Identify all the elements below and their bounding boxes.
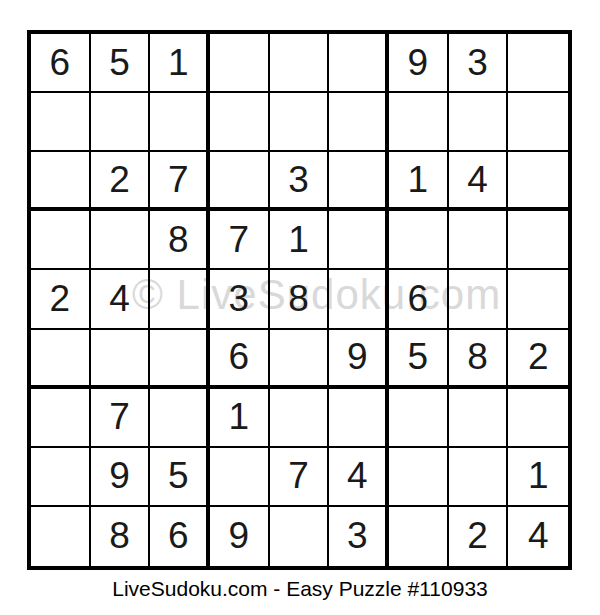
sudoku-cell-empty[interactable]: [31, 330, 91, 389]
sudoku-cell-empty[interactable]: [329, 211, 389, 270]
sudoku-cell-given[interactable]: 9: [329, 330, 389, 389]
sudoku-cell-empty[interactable]: [31, 507, 91, 566]
sudoku-cell-empty[interactable]: [508, 211, 568, 270]
sudoku-cell-given[interactable]: 9: [210, 507, 270, 566]
sudoku-cell-empty[interactable]: [449, 211, 509, 270]
sudoku-cell-empty[interactable]: [270, 389, 330, 448]
sudoku-cell-given[interactable]: 7: [210, 211, 270, 270]
sudoku-cell-empty[interactable]: [329, 93, 389, 152]
sudoku-cell-given[interactable]: 6: [31, 34, 91, 93]
sudoku-cell-given[interactable]: 1: [508, 448, 568, 507]
sudoku-cell-given[interactable]: 4: [449, 152, 509, 211]
sudoku-cell-given[interactable]: 2: [508, 330, 568, 389]
sudoku-cell-given[interactable]: 4: [329, 448, 389, 507]
sudoku-cell-given[interactable]: 8: [449, 330, 509, 389]
sudoku-cell-empty[interactable]: [270, 507, 330, 566]
sudoku-cell-given[interactable]: 2: [449, 507, 509, 566]
sudoku-cell-given[interactable]: 7: [150, 152, 210, 211]
sudoku-cell-empty[interactable]: [210, 93, 270, 152]
sudoku-cell-empty[interactable]: [210, 448, 270, 507]
sudoku-cell-given[interactable]: 3: [270, 152, 330, 211]
sudoku-cell-given[interactable]: 1: [270, 211, 330, 270]
sudoku-cell-given[interactable]: 5: [150, 448, 210, 507]
sudoku-cell-given[interactable]: 8: [270, 270, 330, 329]
sudoku-cell-empty[interactable]: [270, 93, 330, 152]
sudoku-cell-empty[interactable]: [91, 211, 151, 270]
sudoku-cell-empty[interactable]: [31, 448, 91, 507]
sudoku-cell-empty[interactable]: [449, 389, 509, 448]
sudoku-cell-empty[interactable]: [508, 93, 568, 152]
sudoku-cell-given[interactable]: 3: [449, 34, 509, 93]
sudoku-cell-given[interactable]: 6: [150, 507, 210, 566]
sudoku-cell-given[interactable]: 2: [31, 270, 91, 329]
sudoku-cell-given[interactable]: 4: [91, 270, 151, 329]
sudoku-page: © LiveSudoku.com 65193273148712438669582…: [0, 0, 600, 615]
sudoku-cell-empty[interactable]: [91, 93, 151, 152]
sudoku-cell-empty[interactable]: [389, 448, 449, 507]
sudoku-cell-given[interactable]: 4: [508, 507, 568, 566]
sudoku-cell-empty[interactable]: [508, 270, 568, 329]
sudoku-cell-given[interactable]: 6: [389, 270, 449, 329]
sudoku-cell-empty[interactable]: [150, 270, 210, 329]
sudoku-cell-given[interactable]: 7: [91, 389, 151, 448]
sudoku-cell-given[interactable]: 1: [210, 389, 270, 448]
sudoku-board: 651932731487124386695827195741869324: [27, 30, 572, 570]
sudoku-cell-empty[interactable]: [150, 330, 210, 389]
sudoku-cell-empty[interactable]: [329, 389, 389, 448]
sudoku-cell-empty[interactable]: [270, 34, 330, 93]
sudoku-cell-empty[interactable]: [150, 93, 210, 152]
sudoku-cell-given[interactable]: 2: [91, 152, 151, 211]
sudoku-cell-empty[interactable]: [329, 270, 389, 329]
sudoku-cell-empty[interactable]: [449, 93, 509, 152]
sudoku-cell-empty[interactable]: [31, 211, 91, 270]
sudoku-cell-empty[interactable]: [270, 330, 330, 389]
sudoku-cell-empty[interactable]: [210, 34, 270, 93]
sudoku-cell-empty[interactable]: [329, 34, 389, 93]
sudoku-cell-empty[interactable]: [508, 389, 568, 448]
sudoku-cell-given[interactable]: 1: [389, 152, 449, 211]
sudoku-cell-given[interactable]: 5: [91, 34, 151, 93]
sudoku-cell-given[interactable]: 9: [389, 34, 449, 93]
sudoku-cell-empty[interactable]: [389, 93, 449, 152]
puzzle-caption: LiveSudoku.com - Easy Puzzle #110933: [0, 577, 600, 601]
sudoku-cell-given[interactable]: 6: [210, 330, 270, 389]
sudoku-cell-given[interactable]: 5: [389, 330, 449, 389]
sudoku-cell-given[interactable]: 8: [91, 507, 151, 566]
sudoku-cell-empty[interactable]: [150, 389, 210, 448]
sudoku-cell-empty[interactable]: [210, 152, 270, 211]
sudoku-cell-empty[interactable]: [449, 270, 509, 329]
sudoku-cell-empty[interactable]: [389, 389, 449, 448]
sudoku-cell-empty[interactable]: [31, 93, 91, 152]
sudoku-cell-given[interactable]: 9: [91, 448, 151, 507]
sudoku-cell-given[interactable]: 8: [150, 211, 210, 270]
sudoku-cell-empty[interactable]: [389, 507, 449, 566]
sudoku-cell-given[interactable]: 3: [210, 270, 270, 329]
sudoku-cell-empty[interactable]: [91, 330, 151, 389]
sudoku-cell-given[interactable]: 3: [329, 507, 389, 566]
sudoku-cell-empty[interactable]: [508, 152, 568, 211]
sudoku-cell-empty[interactable]: [31, 152, 91, 211]
sudoku-cell-given[interactable]: 7: [270, 448, 330, 507]
sudoku-cell-empty[interactable]: [389, 211, 449, 270]
sudoku-cell-empty[interactable]: [31, 389, 91, 448]
sudoku-cell-given[interactable]: 1: [150, 34, 210, 93]
sudoku-cell-empty[interactable]: [449, 448, 509, 507]
sudoku-cell-empty[interactable]: [508, 34, 568, 93]
sudoku-cell-empty[interactable]: [329, 152, 389, 211]
